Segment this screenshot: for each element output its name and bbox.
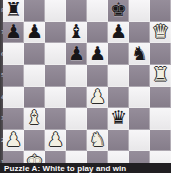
square-g2[interactable] (129, 130, 150, 152)
square-g3[interactable] (129, 108, 150, 130)
square-e7[interactable] (87, 22, 108, 44)
square-h2[interactable] (150, 130, 171, 152)
piece-white-pawn[interactable]: ♟ (47, 129, 64, 150)
square-g4[interactable] (129, 87, 150, 109)
rank-label-4: 4 (0, 87, 3, 109)
square-b3[interactable]: ♝ (24, 108, 45, 130)
piece-white-bishop[interactable]: ♝ (26, 107, 43, 128)
rank-label-8: 8 (0, 0, 3, 22)
square-e4[interactable]: ♟ (87, 87, 108, 109)
piece-black-king[interactable]: ♚ (110, 0, 127, 20)
square-e8[interactable] (87, 0, 108, 22)
piece-white-pawn[interactable]: ♟ (5, 129, 22, 150)
square-b5[interactable] (24, 65, 45, 87)
piece-black-knight[interactable]: ♞ (131, 43, 148, 64)
square-d4[interactable] (66, 87, 87, 109)
piece-black-pawn[interactable]: ♟ (110, 21, 127, 42)
piece-black-pawn[interactable]: ♟ (89, 43, 106, 64)
piece-white-rook[interactable]: ♜ (152, 64, 169, 85)
square-b8[interactable] (24, 0, 45, 22)
piece-black-bishop[interactable]: ♝ (68, 21, 85, 42)
square-a7[interactable]: ♟ (3, 22, 24, 44)
square-g7[interactable] (129, 22, 150, 44)
rank-label-7: 7 (0, 22, 3, 44)
piece-black-pawn[interactable]: ♟ (5, 21, 22, 42)
square-f4[interactable] (108, 87, 129, 109)
square-e6[interactable]: ♟ (87, 43, 108, 65)
square-a3[interactable] (3, 108, 24, 130)
square-d3[interactable] (66, 108, 87, 130)
square-e2[interactable]: ♞ (87, 130, 108, 152)
square-b4[interactable] (24, 87, 45, 109)
square-c8[interactable] (45, 0, 66, 22)
square-f5[interactable] (108, 65, 129, 87)
rank-label-2: 2 (0, 130, 3, 152)
square-f6[interactable] (108, 43, 129, 65)
square-c2[interactable]: ♟ (45, 130, 66, 152)
chess-puzzle-screenshot: ♜♚♟♟♝♟♛♟♟♞♜♟♝♛♟♟♞♚ 87654321 Puzzle A: Wh… (0, 0, 171, 173)
square-a2[interactable]: ♟ (3, 130, 24, 152)
puzzle-caption: Puzzle A: White to play and win (0, 163, 171, 173)
square-c7[interactable] (45, 22, 66, 44)
piece-black-queen[interactable]: ♛ (110, 107, 127, 128)
rank-label-6: 6 (0, 43, 3, 65)
square-h8[interactable] (150, 0, 171, 22)
square-h3[interactable] (150, 108, 171, 130)
square-b2[interactable] (24, 130, 45, 152)
square-a5[interactable] (3, 65, 24, 87)
square-g6[interactable]: ♞ (129, 43, 150, 65)
piece-white-queen[interactable]: ♛ (152, 21, 169, 42)
square-h4[interactable] (150, 87, 171, 109)
rank-label-3: 3 (0, 108, 3, 130)
square-f2[interactable] (108, 130, 129, 152)
piece-black-rook[interactable]: ♜ (5, 0, 22, 20)
square-f7[interactable]: ♟ (108, 22, 129, 44)
square-f8[interactable]: ♚ (108, 0, 129, 22)
square-d8[interactable] (66, 0, 87, 22)
chess-board: ♜♚♟♟♝♟♛♟♟♞♜♟♝♛♟♟♞♚ (3, 0, 171, 173)
square-d7[interactable]: ♝ (66, 22, 87, 44)
square-g8[interactable] (129, 0, 150, 22)
square-d6[interactable]: ♟ (66, 43, 87, 65)
square-a6[interactable] (3, 43, 24, 65)
piece-white-pawn[interactable]: ♟ (89, 86, 106, 107)
square-c4[interactable] (45, 87, 66, 109)
rank-label-5: 5 (0, 65, 3, 87)
piece-black-pawn[interactable]: ♟ (68, 43, 85, 64)
square-d2[interactable] (66, 130, 87, 152)
square-c3[interactable] (45, 108, 66, 130)
square-e5[interactable] (87, 65, 108, 87)
square-a8[interactable]: ♜ (3, 0, 24, 22)
piece-black-pawn[interactable]: ♟ (26, 21, 43, 42)
square-h7[interactable]: ♛ (150, 22, 171, 44)
square-h5[interactable]: ♜ (150, 65, 171, 87)
square-c6[interactable] (45, 43, 66, 65)
square-h6[interactable] (150, 43, 171, 65)
rank-coordinates-strip: 87654321 (0, 0, 3, 173)
square-g5[interactable] (129, 65, 150, 87)
square-d5[interactable] (66, 65, 87, 87)
square-e3[interactable] (87, 108, 108, 130)
square-a4[interactable] (3, 87, 24, 109)
square-b7[interactable]: ♟ (24, 22, 45, 44)
square-b6[interactable] (24, 43, 45, 65)
square-c5[interactable] (45, 65, 66, 87)
square-f3[interactable]: ♛ (108, 108, 129, 130)
piece-white-knight[interactable]: ♞ (89, 129, 106, 150)
